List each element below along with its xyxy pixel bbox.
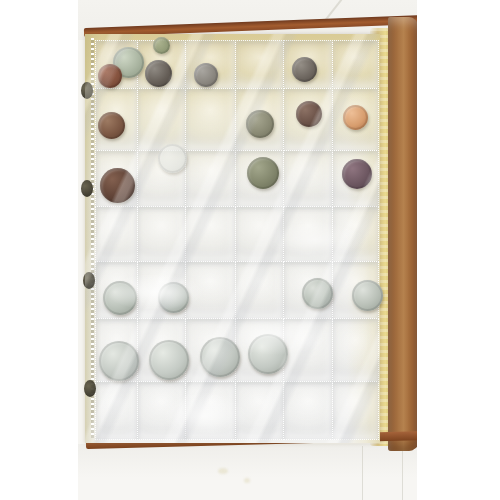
pocket-grid <box>85 34 380 443</box>
large-silver-coin <box>200 337 240 377</box>
binder-right-cover <box>388 17 417 451</box>
coin-album-photo <box>0 0 500 500</box>
pocket-cell <box>185 206 236 262</box>
pocket-cell <box>185 381 236 440</box>
large-silver-coin <box>99 341 139 381</box>
pocket-cell <box>235 206 284 262</box>
pocket-cell <box>235 381 284 440</box>
silver-coin <box>103 281 137 315</box>
pocket-cell <box>283 381 333 440</box>
pocket-cell <box>137 88 186 151</box>
photo-backdrop <box>78 0 417 500</box>
backdrop-smudge <box>244 478 250 483</box>
silver-coin <box>352 280 383 311</box>
pocket-page <box>85 34 380 443</box>
pocket-cell <box>235 261 284 319</box>
silver-coin <box>302 278 333 309</box>
pocket-cell <box>185 88 236 151</box>
pocket-cell <box>185 150 236 207</box>
olive-silver-coin <box>246 110 274 138</box>
brown-coin <box>98 112 125 139</box>
small-olive-coin <box>153 37 170 54</box>
pocket-cell <box>185 261 236 319</box>
table-surface-bottom <box>78 444 417 500</box>
pocket-cell <box>332 206 379 262</box>
copper-orange-coin <box>343 105 368 130</box>
binder-ring <box>81 180 93 197</box>
pocket-cell <box>332 40 379 89</box>
copper-red-coin <box>98 64 122 88</box>
backdrop-smudge <box>218 468 228 474</box>
pocket-cell <box>283 150 333 207</box>
pocket-cell <box>95 206 138 262</box>
pocket-cell <box>95 381 138 440</box>
binder-ring <box>84 380 96 397</box>
purple-mauve-coin <box>342 159 372 189</box>
large-silver-coin <box>248 334 288 374</box>
pocket-cell <box>137 381 186 440</box>
olive-green-coin <box>247 157 279 189</box>
binder-ring <box>81 82 93 99</box>
pocket-cell <box>332 318 379 382</box>
binder-ring <box>83 272 95 289</box>
dark-brown-coin <box>296 101 322 127</box>
pocket-cell <box>283 318 333 382</box>
gray-coin <box>194 63 218 87</box>
silver-coin <box>158 282 189 313</box>
dark-silver-coin <box>292 57 317 82</box>
dark-chocolate-coin <box>100 168 135 203</box>
pocket-cell <box>137 206 186 262</box>
pocket-cell <box>332 381 379 440</box>
backdrop-crease <box>362 446 363 500</box>
large-silver-coin <box>149 340 189 380</box>
ghost-faint-coin <box>158 144 187 173</box>
backdrop-crease <box>402 444 403 500</box>
pocket-cell <box>235 40 284 89</box>
dark-silver-coin <box>145 60 172 87</box>
pocket-cell <box>283 206 333 262</box>
